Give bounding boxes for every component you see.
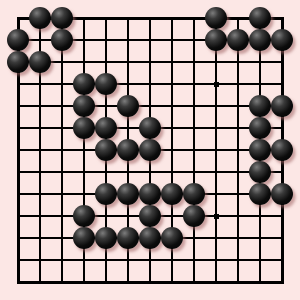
black-stone[interactable] [249,117,271,139]
black-stone[interactable] [73,73,95,95]
black-stone[interactable] [249,29,271,51]
black-stone[interactable] [95,139,117,161]
black-stone[interactable] [95,183,117,205]
black-stone[interactable] [205,7,227,29]
black-stone[interactable] [73,227,95,249]
black-stone[interactable] [249,7,271,29]
black-stone[interactable] [7,51,29,73]
black-stone[interactable] [249,183,271,205]
black-stone[interactable] [139,205,161,227]
black-stone[interactable] [73,95,95,117]
black-stone[interactable] [205,29,227,51]
black-stone[interactable] [139,117,161,139]
grid-line-vertical [193,17,195,284]
black-stone[interactable] [117,183,139,205]
black-stone[interactable] [73,117,95,139]
black-stone[interactable] [95,117,117,139]
go-board[interactable] [0,0,300,300]
black-stone[interactable] [95,73,117,95]
black-stone[interactable] [249,139,271,161]
black-stone[interactable] [249,161,271,183]
black-stone[interactable] [271,139,293,161]
black-stone[interactable] [29,51,51,73]
star-point [214,214,219,219]
black-stone[interactable] [271,183,293,205]
star-point [214,82,219,87]
grid-line-vertical [215,17,217,284]
black-stone[interactable] [139,139,161,161]
black-stone[interactable] [51,29,73,51]
black-stone[interactable] [139,227,161,249]
grid-line-horizontal [17,259,284,261]
black-stone[interactable] [117,95,139,117]
black-stone[interactable] [271,95,293,117]
black-stone[interactable] [117,139,139,161]
black-stone[interactable] [117,227,139,249]
black-stone[interactable] [183,183,205,205]
black-stone[interactable] [227,29,249,51]
black-stone[interactable] [271,29,293,51]
black-stone[interactable] [183,205,205,227]
black-stone[interactable] [73,205,95,227]
black-stone[interactable] [249,95,271,117]
grid-line-vertical [237,17,239,284]
black-stone[interactable] [7,29,29,51]
grid-line-horizontal [17,171,284,173]
black-stone[interactable] [51,7,73,29]
go-board-scene [0,0,300,300]
black-stone[interactable] [29,7,51,29]
grid-line-horizontal [17,281,284,284]
black-stone[interactable] [95,227,117,249]
black-stone[interactable] [139,183,161,205]
black-stone[interactable] [161,227,183,249]
black-stone[interactable] [161,183,183,205]
